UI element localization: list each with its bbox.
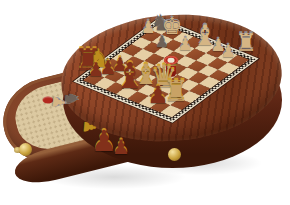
drawer-piece-silver-P[interactable]: ♟ [49,94,66,110]
pieces-layer: ♞♟♚♝♟♟♟♜♟♞♜♟♟♟♝♛♝♜♟♟♞♟♟♟ [0,0,290,205]
piece-silver-P-g7[interactable]: ♟ [177,36,192,53]
piece-silver-P-f6[interactable]: ♟ [155,34,169,50]
drawer-knob[interactable] [19,143,32,156]
piece-gold-P-e2[interactable]: ♟ [147,83,169,107]
piece-gold-P-a4[interactable]: ♟ [87,60,104,79]
drawer-piece-gold-P[interactable]: ♟ [112,137,130,157]
piece-silver-P-h6[interactable]: ♟ [220,43,235,60]
piece-silver-P-e7[interactable]: ♟ [140,19,155,36]
chess-set-scene: ♞♟♚♝♟♟♟♜♟♞♜♟♟♟♝♛♝♜♟♟♞♟♟♟ [0,0,290,205]
piece-silver-R-h8[interactable]: ♜ [235,31,257,55]
piece-gold-B-d4[interactable]: ♝ [114,58,146,94]
